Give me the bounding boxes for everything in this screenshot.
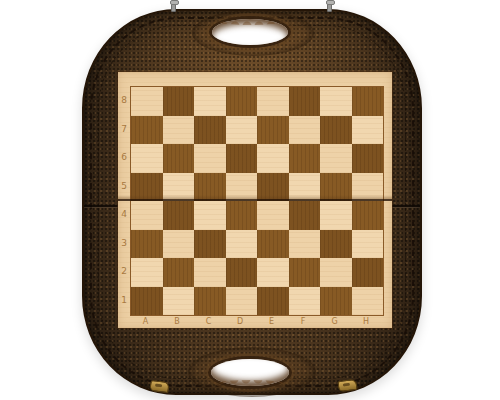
square-c7[interactable]	[194, 116, 226, 145]
square-e7[interactable]	[257, 116, 289, 145]
bottom-handle-finger-scallops	[217, 380, 283, 386]
square-g8[interactable]	[320, 87, 352, 116]
top-handle-finger-scallops	[218, 19, 282, 25]
square-c3[interactable]	[194, 230, 226, 259]
square-a3[interactable]	[131, 230, 163, 259]
square-d4[interactable]	[226, 201, 258, 230]
square-f8[interactable]	[289, 87, 321, 116]
square-b7[interactable]	[163, 116, 195, 145]
square-g3[interactable]	[320, 230, 352, 259]
square-h7[interactable]	[352, 116, 384, 145]
square-d6[interactable]	[226, 144, 258, 173]
square-f1[interactable]	[289, 287, 321, 316]
rank-label-2: 2	[118, 257, 130, 286]
hinge-pin-left-icon	[171, 2, 176, 12]
square-b4[interactable]	[163, 201, 195, 230]
rank-label-8: 8	[118, 86, 130, 115]
file-label-c: C	[193, 314, 225, 328]
file-label-b: B	[162, 314, 194, 328]
file-label-f: F	[288, 314, 320, 328]
square-e6[interactable]	[257, 144, 289, 173]
rank-label-4: 4	[118, 200, 130, 229]
square-h1[interactable]	[352, 287, 384, 316]
square-a1[interactable]	[131, 287, 163, 316]
square-b6[interactable]	[163, 144, 195, 173]
square-c4[interactable]	[194, 201, 226, 230]
file-label-h: H	[351, 314, 383, 328]
brass-clasp-left-icon	[149, 380, 169, 393]
square-a8[interactable]	[131, 87, 163, 116]
square-f7[interactable]	[289, 116, 321, 145]
square-a6[interactable]	[131, 144, 163, 173]
square-a2[interactable]	[131, 258, 163, 287]
square-f2[interactable]	[289, 258, 321, 287]
chess-board: 87654321 ABCDEFGH	[118, 72, 392, 328]
square-d3[interactable]	[226, 230, 258, 259]
board-fold-seam	[118, 199, 392, 201]
square-g6[interactable]	[320, 144, 352, 173]
square-e1[interactable]	[257, 287, 289, 316]
square-e3[interactable]	[257, 230, 289, 259]
square-h4[interactable]	[352, 201, 384, 230]
brass-clasp-right-icon	[337, 379, 357, 392]
square-a7[interactable]	[131, 116, 163, 145]
hinge-pin-right-icon	[327, 2, 332, 12]
square-g1[interactable]	[320, 287, 352, 316]
file-label-g: G	[319, 314, 351, 328]
file-label-d: D	[225, 314, 257, 328]
square-e2[interactable]	[257, 258, 289, 287]
square-d2[interactable]	[226, 258, 258, 287]
square-g4[interactable]	[320, 201, 352, 230]
square-g2[interactable]	[320, 258, 352, 287]
square-b2[interactable]	[163, 258, 195, 287]
square-a4[interactable]	[131, 201, 163, 230]
square-f6[interactable]	[289, 144, 321, 173]
file-label-e: E	[256, 314, 288, 328]
square-c6[interactable]	[194, 144, 226, 173]
square-e8[interactable]	[257, 87, 289, 116]
square-h8[interactable]	[352, 87, 384, 116]
top-handle-cutout-icon	[212, 19, 288, 45]
rank-label-6: 6	[118, 143, 130, 172]
square-g7[interactable]	[320, 116, 352, 145]
square-d1[interactable]	[226, 287, 258, 316]
square-h6[interactable]	[352, 144, 384, 173]
square-c2[interactable]	[194, 258, 226, 287]
square-d7[interactable]	[226, 116, 258, 145]
square-h2[interactable]	[352, 258, 384, 287]
square-h3[interactable]	[352, 230, 384, 259]
square-d8[interactable]	[226, 87, 258, 116]
square-f3[interactable]	[289, 230, 321, 259]
square-c1[interactable]	[194, 287, 226, 316]
rank-label-3: 3	[118, 229, 130, 258]
file-label-a: A	[130, 314, 162, 328]
square-b8[interactable]	[163, 87, 195, 116]
rank-label-7: 7	[118, 115, 130, 144]
square-c8[interactable]	[194, 87, 226, 116]
board-squares	[130, 86, 384, 316]
bottom-handle-cutout-icon	[211, 359, 289, 386]
square-b3[interactable]	[163, 230, 195, 259]
file-labels: ABCDEFGH	[130, 314, 382, 328]
rank-label-1: 1	[118, 286, 130, 315]
square-b1[interactable]	[163, 287, 195, 316]
square-f4[interactable]	[289, 201, 321, 230]
square-e4[interactable]	[257, 201, 289, 230]
